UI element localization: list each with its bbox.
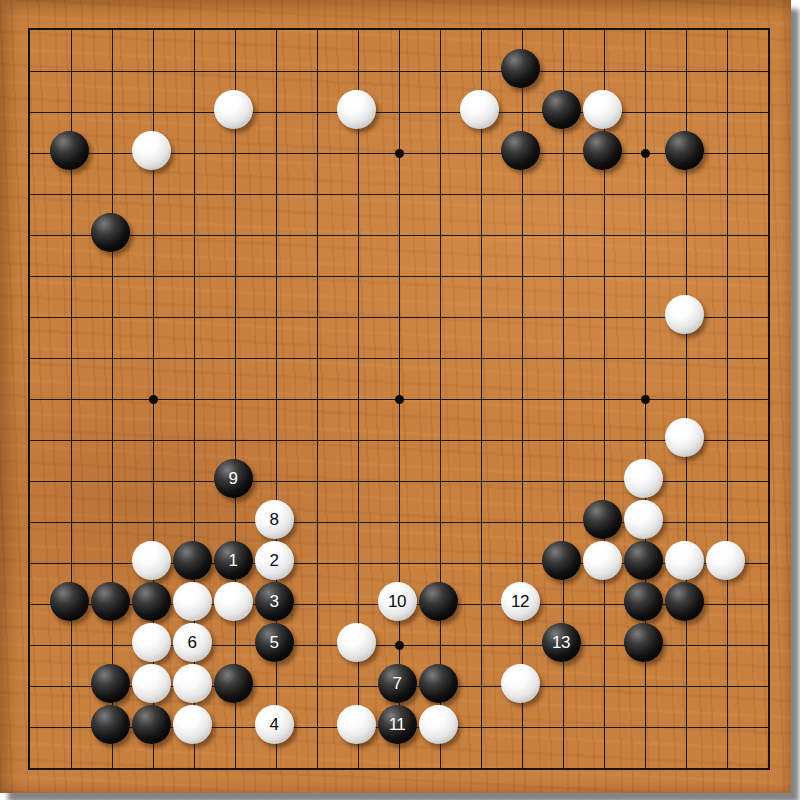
move-number-label: 7: [393, 675, 402, 692]
stone-white[interactable]: 8: [255, 500, 294, 539]
page-background: 98123101265137411: [0, 0, 800, 800]
grid-line-vertical: [727, 30, 728, 768]
stone-black[interactable]: 1: [214, 541, 253, 580]
stone-black[interactable]: [542, 90, 581, 129]
move-number-label: 8: [270, 511, 279, 528]
star-point: [641, 149, 650, 158]
stone-white[interactable]: [214, 582, 253, 621]
stone-black[interactable]: [419, 582, 458, 621]
stone-black[interactable]: [624, 623, 663, 662]
stone-white[interactable]: [460, 90, 499, 129]
stone-white[interactable]: [583, 90, 622, 129]
stone-white[interactable]: [419, 705, 458, 744]
stone-black[interactable]: [501, 131, 540, 170]
move-number-label: 3: [270, 593, 279, 610]
stone-black[interactable]: [50, 131, 89, 170]
stone-white[interactable]: [132, 131, 171, 170]
stone-white[interactable]: [665, 541, 704, 580]
stone-white[interactable]: [173, 705, 212, 744]
stone-white[interactable]: [337, 623, 376, 662]
stone-white[interactable]: [665, 418, 704, 457]
move-number-label: 1: [229, 552, 238, 569]
stone-white[interactable]: [132, 623, 171, 662]
move-number-label: 10: [388, 593, 406, 610]
stone-black[interactable]: [419, 664, 458, 703]
stone-white[interactable]: 10: [378, 582, 417, 621]
stone-white[interactable]: [214, 90, 253, 129]
stone-white[interactable]: 6: [173, 623, 212, 662]
move-number-label: 13: [552, 634, 570, 651]
move-number-label: 9: [229, 470, 238, 487]
move-number-label: 5: [270, 634, 279, 651]
stone-white[interactable]: 4: [255, 705, 294, 744]
stone-black[interactable]: [583, 500, 622, 539]
stone-white[interactable]: [501, 664, 540, 703]
stone-black[interactable]: 3: [255, 582, 294, 621]
go-board[interactable]: 98123101265137411: [0, 0, 791, 793]
star-point: [149, 395, 158, 404]
stone-white[interactable]: [337, 90, 376, 129]
stone-black[interactable]: [91, 582, 130, 621]
stone-white[interactable]: 12: [501, 582, 540, 621]
stone-black[interactable]: [91, 705, 130, 744]
stone-black[interactable]: [501, 49, 540, 88]
stone-black[interactable]: [665, 582, 704, 621]
grid-line-vertical: [481, 30, 482, 768]
move-number-label: 12: [511, 593, 529, 610]
stone-black[interactable]: [624, 582, 663, 621]
star-point: [395, 395, 404, 404]
stone-black[interactable]: [542, 541, 581, 580]
star-point: [395, 149, 404, 158]
stone-black[interactable]: [583, 131, 622, 170]
stone-black[interactable]: 5: [255, 623, 294, 662]
stone-black[interactable]: [50, 582, 89, 621]
stone-black[interactable]: 7: [378, 664, 417, 703]
move-number-label: 4: [270, 716, 279, 733]
stone-black[interactable]: [665, 131, 704, 170]
stone-white[interactable]: [624, 459, 663, 498]
stone-black[interactable]: [214, 664, 253, 703]
stone-white[interactable]: [173, 582, 212, 621]
stone-black[interactable]: [132, 582, 171, 621]
stone-black[interactable]: [173, 541, 212, 580]
stone-white[interactable]: [132, 541, 171, 580]
star-point: [395, 641, 404, 650]
grid-line-horizontal: [30, 440, 768, 441]
stone-white[interactable]: [583, 541, 622, 580]
stone-white[interactable]: [706, 541, 745, 580]
grid-line-vertical: [440, 30, 441, 768]
stone-black[interactable]: [132, 705, 171, 744]
move-number-label: 6: [188, 634, 197, 651]
stone-black[interactable]: 11: [378, 705, 417, 744]
stone-white[interactable]: [132, 664, 171, 703]
stone-white[interactable]: [624, 500, 663, 539]
stone-white[interactable]: [173, 664, 212, 703]
stone-white[interactable]: 2: [255, 541, 294, 580]
stone-black[interactable]: [624, 541, 663, 580]
stone-black[interactable]: 13: [542, 623, 581, 662]
stone-white[interactable]: [337, 705, 376, 744]
stone-black[interactable]: [91, 664, 130, 703]
move-number-label: 11: [389, 716, 406, 733]
stone-black[interactable]: 9: [214, 459, 253, 498]
star-point: [641, 395, 650, 404]
stone-white[interactable]: [665, 295, 704, 334]
stone-black[interactable]: [91, 213, 130, 252]
move-number-label: 2: [270, 552, 279, 569]
